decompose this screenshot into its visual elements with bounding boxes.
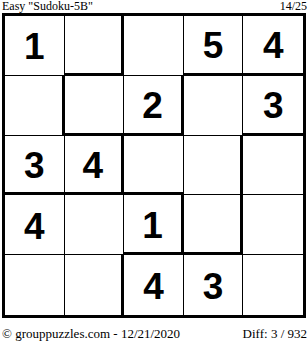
cell-r2c1[interactable] [5, 76, 65, 136]
cell-r1c3[interactable] [124, 16, 184, 76]
cell-r3c4[interactable] [184, 136, 244, 196]
cell-r5c1[interactable] [5, 255, 65, 315]
cell-r2c3[interactable]: 2 [124, 76, 184, 136]
cell-r4c3[interactable]: 1 [124, 195, 184, 255]
cell-r5c3[interactable]: 4 [124, 255, 184, 315]
puzzle-title: Easy "Sudoku-5B" [2, 0, 93, 14]
cell-r1c4[interactable]: 5 [184, 16, 244, 76]
cell-r3c2[interactable]: 4 [65, 136, 125, 196]
cell-r4c5[interactable] [243, 195, 303, 255]
cell-r1c1[interactable]: 1 [5, 16, 65, 76]
cell-r4c1[interactable]: 4 [5, 195, 65, 255]
cell-r5c2[interactable] [65, 255, 125, 315]
cell-r3c1[interactable]: 3 [5, 136, 65, 196]
cell-r1c5[interactable]: 4 [243, 16, 303, 76]
cell-r3c3[interactable] [124, 136, 184, 196]
given-cells-counter: 14/25 [280, 0, 307, 14]
difficulty-label: Diff: 3 / 932 [243, 326, 307, 342]
sudoku-board: 15423344143 [2, 13, 306, 318]
cell-r5c4[interactable]: 3 [184, 255, 244, 315]
cell-r3c5[interactable] [243, 136, 303, 196]
cell-r1c2[interactable] [65, 16, 125, 76]
cell-r2c2[interactable] [65, 76, 125, 136]
cell-r4c4[interactable] [184, 195, 244, 255]
cell-r5c5[interactable] [243, 255, 303, 315]
cell-r2c5[interactable]: 3 [243, 76, 303, 136]
copyright-credit: © grouppuzzles.com - 12/21/2020 [2, 326, 180, 342]
cell-r2c4[interactable] [184, 76, 244, 136]
cell-r4c2[interactable] [65, 195, 125, 255]
